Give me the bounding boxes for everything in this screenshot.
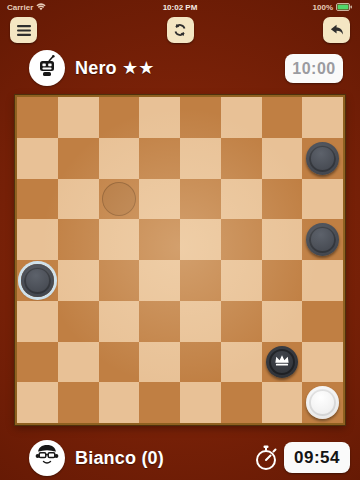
square-r7-c5[interactable]: [221, 382, 262, 423]
undo-button[interactable]: [323, 17, 350, 43]
square-r7-c0: [17, 382, 58, 423]
square-r5-c4: [180, 301, 221, 342]
square-r5-c7[interactable]: [302, 301, 343, 342]
restart-button[interactable]: [167, 17, 194, 43]
square-r6-c3: [139, 342, 180, 383]
square-r6-c5: [221, 342, 262, 383]
square-r1-c1[interactable]: [58, 138, 99, 179]
battery-percent-label: 100%: [313, 3, 333, 12]
carrier-label: Carrier: [7, 3, 33, 12]
battery-icon: [336, 3, 353, 11]
square-r0-c5: [221, 97, 262, 138]
square-r4-c7: [302, 260, 343, 301]
square-r0-c2[interactable]: [99, 97, 140, 138]
timer-bottom: 09:54: [284, 442, 350, 473]
square-r2-c2[interactable]: [99, 179, 140, 220]
clock-label: 10:02 PM: [163, 3, 198, 12]
square-r0-c3: [139, 97, 180, 138]
square-r4-c5: [221, 260, 262, 301]
square-r2-c6[interactable]: [262, 179, 303, 220]
player-name-bottom: Bianco (0): [75, 448, 164, 469]
square-r5-c6: [262, 301, 303, 342]
square-r1-c6: [262, 138, 303, 179]
square-r3-c3[interactable]: [139, 219, 180, 260]
square-r1-c7[interactable]: [302, 138, 343, 179]
black-man[interactable]: [306, 223, 339, 256]
square-r4-c3: [139, 260, 180, 301]
square-r0-c4[interactable]: [180, 97, 221, 138]
square-r0-c1: [58, 97, 99, 138]
undo-icon: [330, 24, 344, 37]
square-r6-c1: [58, 342, 99, 383]
wifi-icon: [36, 3, 46, 11]
square-r3-c0: [17, 219, 58, 260]
square-r2-c3: [139, 179, 180, 220]
move-hint-circle[interactable]: [102, 182, 137, 217]
square-r5-c2: [99, 301, 140, 342]
timer-top: 10:00: [285, 54, 343, 83]
square-r2-c1: [58, 179, 99, 220]
square-r2-c7: [302, 179, 343, 220]
square-r2-c4[interactable]: [180, 179, 221, 220]
square-r7-c2: [99, 382, 140, 423]
stopwatch-icon: [254, 445, 278, 475]
square-r3-c6: [262, 219, 303, 260]
square-r3-c7[interactable]: [302, 219, 343, 260]
square-r6-c4[interactable]: [180, 342, 221, 383]
square-r0-c0[interactable]: [17, 97, 58, 138]
refresh-icon: [173, 23, 187, 37]
avatar-nero: [29, 50, 65, 86]
square-r7-c4: [180, 382, 221, 423]
robot-icon: [35, 54, 59, 82]
hamburger-menu-icon: [17, 25, 31, 36]
square-r5-c3[interactable]: [139, 301, 180, 342]
square-r3-c4: [180, 219, 221, 260]
square-r6-c2[interactable]: [99, 342, 140, 383]
square-r3-c2: [99, 219, 140, 260]
avatar-bianco: [29, 440, 65, 476]
square-r4-c6[interactable]: [262, 260, 303, 301]
white-man[interactable]: [306, 386, 339, 419]
timer-bottom-value: 09:54: [294, 448, 340, 468]
black-king[interactable]: [266, 346, 299, 379]
square-r6-c7: [302, 342, 343, 383]
square-r7-c3[interactable]: [139, 382, 180, 423]
square-r1-c4: [180, 138, 221, 179]
square-r2-c5: [221, 179, 262, 220]
square-r1-c2: [99, 138, 140, 179]
status-bar: Carrier 10:02 PM 100%: [0, 0, 360, 14]
square-r0-c6[interactable]: [262, 97, 303, 138]
square-r5-c0: [17, 301, 58, 342]
square-r4-c1: [58, 260, 99, 301]
square-r7-c1[interactable]: [58, 382, 99, 423]
square-r4-c2[interactable]: [99, 260, 140, 301]
square-r3-c1[interactable]: [58, 219, 99, 260]
square-r1-c3[interactable]: [139, 138, 180, 179]
square-r7-c7[interactable]: [302, 382, 343, 423]
square-r1-c0: [17, 138, 58, 179]
crown-icon: [273, 353, 290, 371]
square-r6-c6[interactable]: [262, 342, 303, 383]
square-r1-c5[interactable]: [221, 138, 262, 179]
square-r0-c7: [302, 97, 343, 138]
square-r5-c1[interactable]: [58, 301, 99, 342]
toolbar: [0, 16, 360, 44]
square-r5-c5[interactable]: [221, 301, 262, 342]
person-glasses-icon: [33, 442, 61, 474]
square-r2-c0[interactable]: [17, 179, 58, 220]
square-r3-c5[interactable]: [221, 219, 262, 260]
player-row-top: Nero ★★ 10:00: [0, 48, 360, 88]
square-r6-c0[interactable]: [17, 342, 58, 383]
board: [15, 95, 345, 425]
timer-top-value: 10:00: [292, 60, 335, 78]
player-name-top: Nero ★★: [75, 57, 155, 79]
square-r7-c6: [262, 382, 303, 423]
black-man-selected[interactable]: [21, 264, 54, 297]
menu-button[interactable]: [10, 17, 37, 43]
player-row-bottom: Bianco (0) 09:54: [0, 438, 360, 478]
square-r4-c0[interactable]: [17, 260, 58, 301]
square-r4-c4[interactable]: [180, 260, 221, 301]
black-man[interactable]: [306, 142, 339, 175]
